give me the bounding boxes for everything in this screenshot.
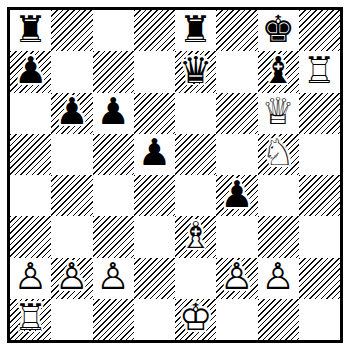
square-h2[interactable]	[299, 258, 340, 299]
piece-black-pawn: ♟	[134, 134, 175, 175]
square-b4[interactable]	[51, 175, 92, 216]
square-f7[interactable]	[216, 51, 257, 92]
piece-black-pawn: ♟	[10, 51, 51, 92]
square-f4[interactable]: ♟	[216, 175, 257, 216]
square-d6[interactable]	[134, 93, 175, 134]
white-pawn-icon: ♙	[220, 258, 253, 295]
piece-black-rook: ♜	[10, 10, 51, 51]
square-c8[interactable]	[93, 10, 134, 51]
white-pawn-icon: ♙	[14, 258, 47, 295]
piece-black-pawn: ♟	[216, 175, 257, 216]
square-e2[interactable]	[175, 258, 216, 299]
square-a1[interactable]: ♜♖	[10, 299, 51, 340]
black-rook-icon: ♜	[179, 11, 212, 48]
square-b3[interactable]	[51, 216, 92, 257]
square-d5[interactable]: ♟	[134, 134, 175, 175]
chess-board: ♜♜♚♟♛♝♜♖♟♟♛♕♟♞♘♟♝♗♟♙♟♙♟♙♟♙♟♙♜♖♚♔	[7, 7, 343, 343]
white-pawn-icon: ♙	[97, 258, 130, 295]
square-g6[interactable]: ♛♕	[258, 93, 299, 134]
black-pawn-icon: ♟	[55, 93, 88, 130]
black-queen-icon: ♛	[179, 52, 212, 89]
white-queen-icon: ♕	[262, 93, 295, 130]
square-c5[interactable]	[93, 134, 134, 175]
white-pawn-fill: ♟	[220, 258, 253, 295]
square-c6[interactable]: ♟	[93, 93, 134, 134]
square-b7[interactable]	[51, 51, 92, 92]
square-d1[interactable]	[134, 299, 175, 340]
white-pawn-fill: ♟	[55, 258, 88, 295]
white-knight-fill: ♞	[262, 134, 295, 171]
black-rook-icon: ♜	[14, 11, 47, 48]
square-d3[interactable]	[134, 216, 175, 257]
square-g8[interactable]: ♚	[258, 10, 299, 51]
white-king-fill: ♚	[179, 299, 212, 336]
piece-black-king: ♚	[258, 10, 299, 51]
piece-white-queen: ♛♕	[258, 93, 299, 134]
square-h3[interactable]	[299, 216, 340, 257]
square-c3[interactable]	[93, 216, 134, 257]
square-e7[interactable]: ♛	[175, 51, 216, 92]
square-h5[interactable]	[299, 134, 340, 175]
black-pawn-icon: ♟	[138, 134, 171, 171]
white-queen-fill: ♛	[262, 93, 295, 130]
piece-white-rook: ♜♖	[299, 51, 340, 92]
piece-white-rook: ♜♖	[10, 299, 51, 340]
square-f6[interactable]	[216, 93, 257, 134]
square-d2[interactable]	[134, 258, 175, 299]
square-e1[interactable]: ♚♔	[175, 299, 216, 340]
white-king-icon: ♔	[179, 299, 212, 336]
square-a8[interactable]: ♜	[10, 10, 51, 51]
square-h6[interactable]	[299, 93, 340, 134]
square-b5[interactable]	[51, 134, 92, 175]
square-e3[interactable]: ♝♗	[175, 216, 216, 257]
square-c1[interactable]	[93, 299, 134, 340]
piece-black-queen: ♛	[175, 51, 216, 92]
square-f1[interactable]	[216, 299, 257, 340]
chessboard-diagram: ♜♜♚♟♛♝♜♖♟♟♛♕♟♞♘♟♝♗♟♙♟♙♟♙♟♙♟♙♜♖♚♔	[0, 0, 350, 350]
white-rook-icon: ♖	[303, 52, 336, 89]
square-f5[interactable]	[216, 134, 257, 175]
white-pawn-icon: ♙	[55, 258, 88, 295]
white-bishop-fill: ♝	[179, 217, 212, 254]
white-pawn-icon: ♙	[262, 258, 295, 295]
piece-white-pawn: ♟♙	[10, 258, 51, 299]
square-a7[interactable]: ♟	[10, 51, 51, 92]
square-g7[interactable]: ♝	[258, 51, 299, 92]
white-knight-icon: ♘	[262, 134, 295, 171]
square-d7[interactable]	[134, 51, 175, 92]
piece-black-rook: ♜	[175, 10, 216, 51]
square-b2[interactable]: ♟♙	[51, 258, 92, 299]
white-rook-icon: ♖	[14, 299, 47, 336]
square-f2[interactable]: ♟♙	[216, 258, 257, 299]
square-h7[interactable]: ♜♖	[299, 51, 340, 92]
black-bishop-icon: ♝	[262, 52, 295, 89]
white-pawn-fill: ♟	[14, 258, 47, 295]
piece-black-pawn: ♟	[51, 93, 92, 134]
square-a4[interactable]	[10, 175, 51, 216]
piece-white-king: ♚♔	[175, 299, 216, 340]
square-a5[interactable]	[10, 134, 51, 175]
square-g5[interactable]: ♞♘	[258, 134, 299, 175]
black-pawn-icon: ♟	[14, 52, 47, 89]
square-e5[interactable]	[175, 134, 216, 175]
piece-white-pawn: ♟♙	[51, 258, 92, 299]
square-e6[interactable]	[175, 93, 216, 134]
white-rook-fill: ♜	[14, 299, 47, 336]
square-d8[interactable]	[134, 10, 175, 51]
square-g2[interactable]: ♟♙	[258, 258, 299, 299]
square-f3[interactable]	[216, 216, 257, 257]
square-g3[interactable]	[258, 216, 299, 257]
piece-black-pawn: ♟	[93, 93, 134, 134]
piece-white-pawn: ♟♙	[216, 258, 257, 299]
square-c2[interactable]: ♟♙	[93, 258, 134, 299]
piece-white-bishop: ♝♗	[175, 216, 216, 257]
white-pawn-fill: ♟	[97, 258, 130, 295]
square-h8[interactable]	[299, 10, 340, 51]
piece-white-knight: ♞♘	[258, 134, 299, 175]
square-f8[interactable]	[216, 10, 257, 51]
square-g1[interactable]	[258, 299, 299, 340]
square-a6[interactable]	[10, 93, 51, 134]
square-h1[interactable]	[299, 299, 340, 340]
square-g4[interactable]	[258, 175, 299, 216]
black-pawn-icon: ♟	[97, 93, 130, 130]
white-rook-fill: ♜	[303, 52, 336, 89]
white-bishop-icon: ♗	[179, 217, 212, 254]
square-e8[interactable]: ♜	[175, 10, 216, 51]
white-pawn-fill: ♟	[262, 258, 295, 295]
square-b6[interactable]: ♟	[51, 93, 92, 134]
square-a3[interactable]	[10, 216, 51, 257]
square-a2[interactable]: ♟♙	[10, 258, 51, 299]
square-b1[interactable]	[51, 299, 92, 340]
square-c4[interactable]	[93, 175, 134, 216]
square-e4[interactable]	[175, 175, 216, 216]
piece-white-pawn: ♟♙	[258, 258, 299, 299]
piece-black-bishop: ♝	[258, 51, 299, 92]
square-d4[interactable]	[134, 175, 175, 216]
black-king-icon: ♚	[262, 11, 295, 48]
piece-white-pawn: ♟♙	[93, 258, 134, 299]
square-h4[interactable]	[299, 175, 340, 216]
square-c7[interactable]	[93, 51, 134, 92]
square-b8[interactable]	[51, 10, 92, 51]
black-pawn-icon: ♟	[220, 176, 253, 213]
